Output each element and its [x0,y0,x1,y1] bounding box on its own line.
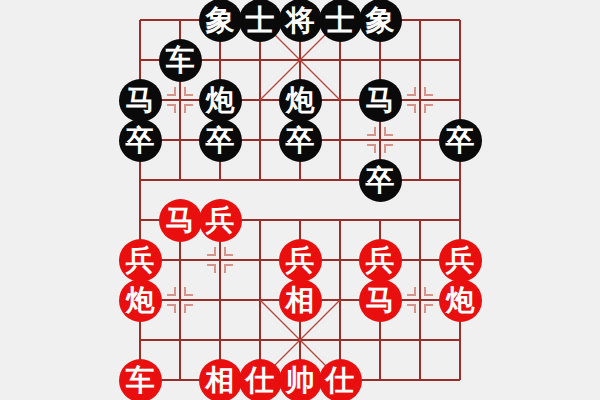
board-point[interactable] [160,360,200,400]
board-point[interactable] [400,360,440,400]
piece-red-soldier[interactable]: 兵 [279,239,322,282]
board-point[interactable]: 仕 [320,360,360,400]
board-point[interactable]: 卒 [360,160,400,200]
board-point[interactable]: 兵 [120,240,160,280]
board-point[interactable] [120,160,160,200]
piece-black-cannon[interactable]: 炮 [279,79,322,122]
piece-black-elephant[interactable]: 象 [199,0,242,42]
board-point[interactable]: 炮 [200,80,240,120]
board-point[interactable]: 士 [320,0,360,40]
board-point[interactable] [400,320,440,360]
board-point[interactable] [160,160,200,200]
piece-red-horse[interactable]: 马 [359,279,402,322]
xiangqi-board: 象士将士象车马炮炮马卒卒卒卒卒马兵兵兵兵兵炮相马炮车相仕帅仕 [120,0,480,400]
board-point[interactable] [200,40,240,80]
piece-black-elephant[interactable]: 象 [359,0,402,42]
board-point[interactable]: 马 [120,80,160,120]
board-point[interactable] [160,0,200,40]
piece-red-advisor[interactable]: 仕 [319,359,362,400]
board-point[interactable]: 相 [280,280,320,320]
board-point[interactable] [160,120,200,160]
board-point[interactable] [320,40,360,80]
piece-black-soldier[interactable]: 卒 [359,159,402,202]
piece-black-soldier[interactable]: 卒 [119,119,162,162]
piece-red-cannon[interactable]: 炮 [439,279,482,322]
board-point[interactable] [360,320,400,360]
piece-red-horse[interactable]: 马 [159,199,202,242]
board-point[interactable] [320,80,360,120]
piece-red-elephant[interactable]: 相 [279,279,322,322]
board-point[interactable] [360,360,400,400]
board-point[interactable]: 炮 [120,280,160,320]
piece-red-cannon[interactable]: 炮 [119,279,162,322]
board-point[interactable] [360,200,400,240]
board-point[interactable]: 象 [360,0,400,40]
board-point[interactable] [400,280,440,320]
board-point[interactable] [440,160,480,200]
board-point[interactable] [240,160,280,200]
board-point[interactable] [200,320,240,360]
board-point[interactable] [200,240,240,280]
board-point[interactable]: 炮 [280,80,320,120]
board-point[interactable]: 车 [160,40,200,80]
board-point[interactable]: 卒 [200,120,240,160]
board-point[interactable] [240,120,280,160]
board-point[interactable] [440,360,480,400]
board-point[interactable] [240,200,280,240]
board-point[interactable] [160,320,200,360]
board-point[interactable] [400,40,440,80]
piece-black-general[interactable]: 将 [279,0,322,42]
board-point[interactable]: 卒 [120,120,160,160]
board-point[interactable] [320,320,360,360]
board-point[interactable]: 炮 [440,280,480,320]
board-point[interactable]: 兵 [440,240,480,280]
board-point[interactable] [440,40,480,80]
board-point[interactable] [160,280,200,320]
board-point[interactable] [280,40,320,80]
board-point[interactable] [240,280,280,320]
piece-black-horse[interactable]: 马 [119,79,162,122]
board-point[interactable] [200,280,240,320]
piece-red-soldier[interactable]: 兵 [119,239,162,282]
board-point[interactable] [320,160,360,200]
board-point[interactable]: 兵 [360,240,400,280]
board-point[interactable]: 马 [160,200,200,240]
board-point[interactable] [160,80,200,120]
board-point[interactable] [320,200,360,240]
board-point[interactable] [200,160,240,200]
piece-red-elephant[interactable]: 相 [199,359,242,400]
board-point[interactable] [440,200,480,240]
board-point[interactable]: 兵 [280,240,320,280]
board-point[interactable] [400,0,440,40]
board-point[interactable] [400,200,440,240]
board-point[interactable] [320,240,360,280]
board-point[interactable] [280,200,320,240]
board-point[interactable]: 士 [240,0,280,40]
board-point[interactable] [120,40,160,80]
board-point[interactable]: 象 [200,0,240,40]
piece-black-cannon[interactable]: 炮 [199,79,242,122]
board-point[interactable] [240,80,280,120]
board-point[interactable] [440,80,480,120]
xiangqi-board-screen: 象士将士象车马炮炮马卒卒卒卒卒马兵兵兵兵兵炮相马炮车相仕帅仕 [0,0,600,400]
piece-black-advisor[interactable]: 士 [239,0,282,42]
board-point[interactable] [400,160,440,200]
board-point[interactable]: 马 [360,80,400,120]
board-point[interactable]: 兵 [200,200,240,240]
board-point[interactable]: 卒 [280,120,320,160]
piece-black-horse[interactable]: 马 [359,79,402,122]
board-point[interactable]: 相 [200,360,240,400]
board-point[interactable] [400,120,440,160]
board-point[interactable] [280,320,320,360]
board-point[interactable] [400,240,440,280]
board-point[interactable] [240,40,280,80]
board-point[interactable] [120,0,160,40]
board-point[interactable]: 将 [280,0,320,40]
board-point[interactable] [320,120,360,160]
board-point[interactable] [400,80,440,120]
board-point[interactable] [440,0,480,40]
piece-red-soldier[interactable]: 兵 [439,239,482,282]
board-point[interactable]: 帅 [280,360,320,400]
board-point[interactable] [120,320,160,360]
piece-red-advisor[interactable]: 仕 [239,359,282,400]
piece-red-soldier[interactable]: 兵 [359,239,402,282]
piece-black-chariot[interactable]: 车 [159,39,202,82]
piece-black-soldier[interactable]: 卒 [279,119,322,162]
board-point[interactable]: 卒 [440,120,480,160]
piece-black-advisor[interactable]: 士 [319,0,362,42]
piece-red-general[interactable]: 帅 [279,359,322,400]
board-point[interactable] [160,240,200,280]
board-point[interactable] [240,320,280,360]
board-point[interactable]: 车 [120,360,160,400]
board-point[interactable] [280,160,320,200]
board-point[interactable] [360,40,400,80]
piece-red-soldier[interactable]: 兵 [199,199,242,242]
board-point[interactable] [320,280,360,320]
board-point[interactable] [440,320,480,360]
board-point[interactable] [120,200,160,240]
piece-black-soldier[interactable]: 卒 [439,119,482,162]
board-point[interactable]: 马 [360,280,400,320]
board-point[interactable] [360,120,400,160]
board-point[interactable] [240,240,280,280]
board-point[interactable]: 仕 [240,360,280,400]
piece-red-chariot[interactable]: 车 [119,359,162,400]
piece-black-soldier[interactable]: 卒 [199,119,242,162]
